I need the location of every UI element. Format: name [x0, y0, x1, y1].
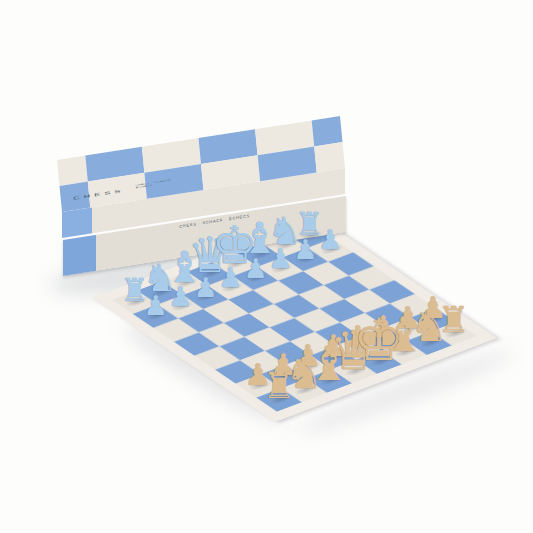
piece-white-rook-h1[interactable]: ♜ [438, 302, 470, 338]
piece-black-pawn-d7[interactable]: ♟ [218, 264, 242, 291]
box-title: CHESS [73, 188, 125, 201]
piece-black-pawn-a7[interactable]: ♟ [144, 292, 168, 319]
piece-black-pawn-h7[interactable]: ♟ [318, 226, 342, 253]
piece-black-pawn-b7[interactable]: ♟ [168, 283, 192, 310]
piece-black-pawn-e7[interactable]: ♟ [243, 255, 267, 282]
product-photo-scene: CHESS · SCHACK · ÉCHECS CHESS CHESS · SC… [0, 0, 533, 533]
piece-black-pawn-g7[interactable]: ♟ [293, 236, 317, 263]
box-small-text: CHESS · SCHACK ÉCHECS [135, 175, 194, 188]
piece-black-pawn-f7[interactable]: ♟ [268, 245, 292, 272]
piece-black-pawn-c7[interactable]: ♟ [193, 274, 217, 301]
